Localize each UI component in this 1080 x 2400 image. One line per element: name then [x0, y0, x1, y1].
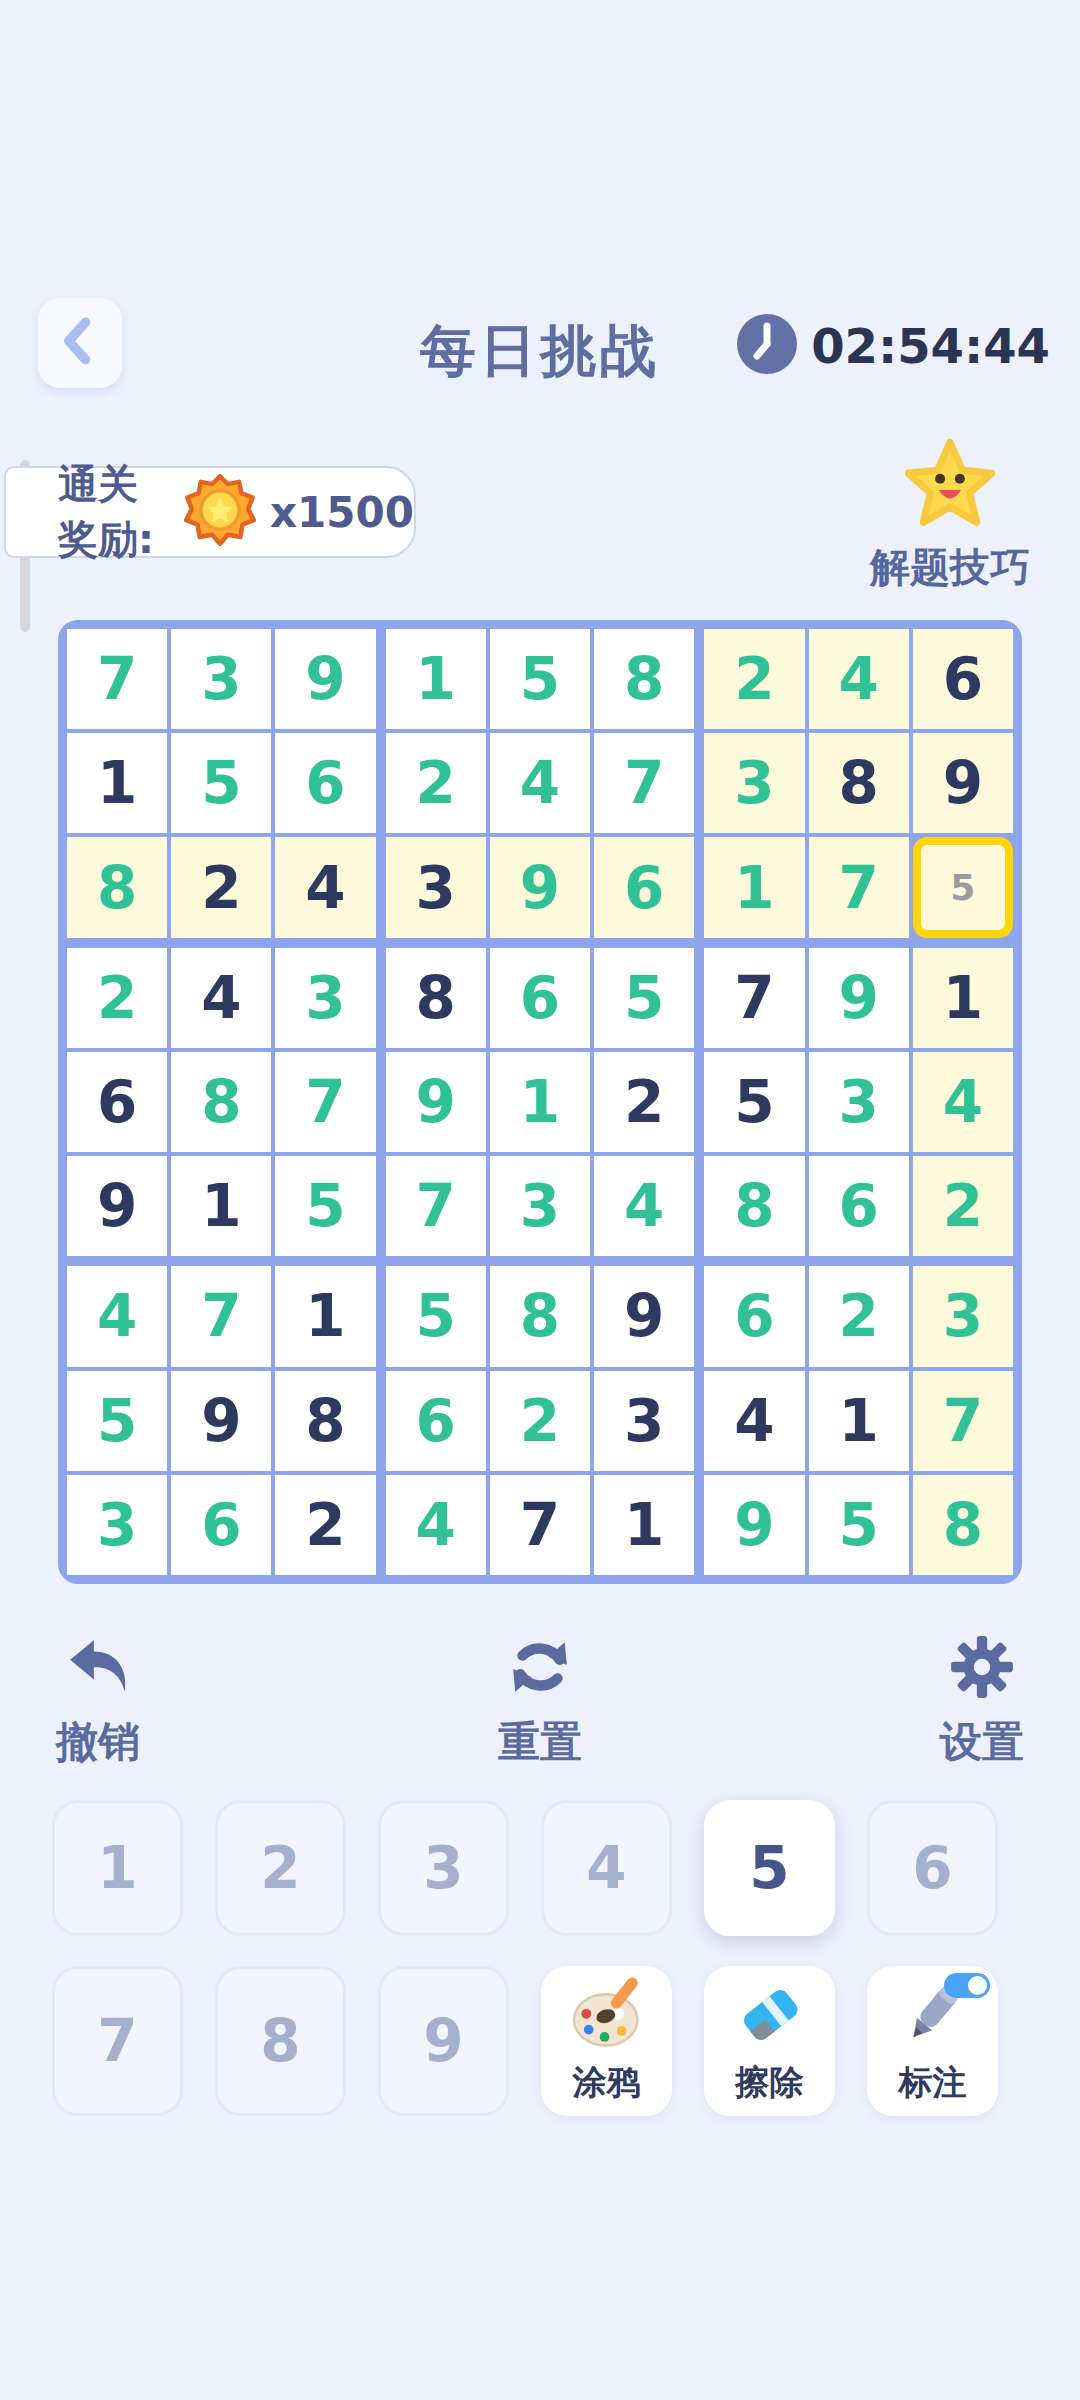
cell-r3c4[interactable]: 3	[386, 837, 486, 937]
reset-button[interactable]: 重置	[470, 1634, 610, 1770]
timer: 02:54:44	[735, 312, 1050, 380]
medal-icon	[184, 474, 256, 550]
clock-icon	[735, 312, 799, 380]
cell-r2c3[interactable]: 6	[275, 733, 375, 833]
cell-r5c2[interactable]: 8	[171, 1052, 271, 1152]
cell-r9c4[interactable]: 4	[386, 1475, 486, 1575]
cell-r5c8[interactable]: 3	[809, 1052, 909, 1152]
cell-r6c8[interactable]: 6	[809, 1156, 909, 1256]
cell-note: 5	[950, 867, 975, 908]
cell-r6c1[interactable]: 9	[67, 1156, 167, 1256]
numpad-row-1: 1 2 3 4 5 6	[52, 1800, 1030, 1936]
numpad-key-2[interactable]: 2	[215, 1800, 346, 1936]
cell-r4c5[interactable]: 6	[490, 948, 590, 1048]
cell-r3c7[interactable]: 1	[704, 837, 804, 937]
cell-r7c6[interactable]: 9	[594, 1266, 694, 1366]
cell-r4c8[interactable]: 9	[809, 948, 909, 1048]
cell-r9c9[interactable]: 8	[913, 1475, 1013, 1575]
erase-label: 擦除	[736, 2060, 804, 2106]
numpad-key-3[interactable]: 3	[378, 1800, 509, 1936]
numpad-row-2: 7 8 9 涂鸦	[52, 1966, 1030, 2116]
board-box-1: 739156824	[67, 629, 376, 938]
cell-r6c4[interactable]: 7	[386, 1156, 486, 1256]
cell-r6c5[interactable]: 3	[490, 1156, 590, 1256]
annotate-toggle[interactable]	[944, 1973, 990, 1998]
reward-label: 通关奖励:	[58, 457, 170, 567]
cell-r1c8[interactable]: 4	[809, 629, 909, 729]
cell-r4c9[interactable]: 1	[913, 948, 1013, 1048]
eraser-icon	[732, 1976, 808, 2056]
cell-r8c8[interactable]: 1	[809, 1371, 909, 1471]
numpad-key-7[interactable]: 7	[52, 1966, 183, 2116]
sudoku-app: { "game": "sudoku", "position": "7391582…	[0, 0, 1080, 2400]
cell-r2c7[interactable]: 3	[704, 733, 804, 833]
cell-r5c7[interactable]: 5	[704, 1052, 804, 1152]
undo-label: 撤销	[56, 1714, 140, 1770]
settings-label: 设置	[940, 1714, 1024, 1770]
cell-r2c1[interactable]: 1	[67, 733, 167, 833]
board-box-6: 791534862	[704, 948, 1013, 1257]
undo-button[interactable]: 撤销	[28, 1634, 168, 1770]
board-box-5: 865912734	[386, 948, 695, 1257]
cell-r7c8[interactable]: 2	[809, 1266, 909, 1366]
cell-r4c4[interactable]: 8	[386, 948, 486, 1048]
cell-r4c6[interactable]: 5	[594, 948, 694, 1048]
tips-button[interactable]: 解题技巧	[855, 438, 1045, 595]
cell-r2c5[interactable]: 4	[490, 733, 590, 833]
palette-icon	[568, 1976, 646, 2058]
cell-r8c2[interactable]: 9	[171, 1371, 271, 1471]
cell-r2c9[interactable]: 9	[913, 733, 1013, 833]
cell-r2c2[interactable]: 5	[171, 733, 271, 833]
cell-r7c5[interactable]: 8	[490, 1266, 590, 1366]
numpad-key-8[interactable]: 8	[215, 1966, 346, 2116]
cell-r4c2[interactable]: 4	[171, 948, 271, 1048]
cell-r2c4[interactable]: 2	[386, 733, 486, 833]
cell-r8c5[interactable]: 2	[490, 1371, 590, 1471]
annotate-button[interactable]: 标注	[867, 1966, 998, 2116]
cell-r3c6[interactable]: 6	[594, 837, 694, 937]
cell-r3c8[interactable]: 7	[809, 837, 909, 937]
cell-r6c9[interactable]: 2	[913, 1156, 1013, 1256]
gear-icon	[949, 1634, 1015, 1704]
cell-r1c6[interactable]: 8	[594, 629, 694, 729]
cell-r3c5[interactable]: 9	[490, 837, 590, 937]
undo-arrow-icon	[65, 1634, 131, 1704]
cell-r4c3[interactable]: 3	[275, 948, 375, 1048]
cell-r2c8[interactable]: 8	[809, 733, 909, 833]
cell-r7c4[interactable]: 5	[386, 1266, 486, 1366]
star-face-icon	[905, 438, 995, 532]
board-box-7: 471598362	[67, 1266, 376, 1575]
cell-r9c7[interactable]: 9	[704, 1475, 804, 1575]
cell-r9c2[interactable]: 6	[171, 1475, 271, 1575]
cell-r8c1[interactable]: 5	[67, 1371, 167, 1471]
reward-banner: 通关奖励: x1500	[4, 466, 416, 558]
cell-r1c5[interactable]: 5	[490, 629, 590, 729]
board-box-4: 243687915	[67, 948, 376, 1257]
cell-r4c7[interactable]: 7	[704, 948, 804, 1048]
reset-cycle-icon	[507, 1634, 573, 1704]
cell-r1c7[interactable]: 2	[704, 629, 804, 729]
numpad-key-1[interactable]: 1	[52, 1800, 183, 1936]
reset-label: 重置	[498, 1714, 582, 1770]
doodle-button[interactable]: 涂鸦	[541, 1966, 672, 2116]
cell-r9c8[interactable]: 5	[809, 1475, 909, 1575]
cell-r8c6[interactable]: 3	[594, 1371, 694, 1471]
reward-count: x1500	[270, 488, 414, 537]
cell-r7c1[interactable]: 4	[67, 1266, 167, 1366]
cell-r3c2[interactable]: 2	[171, 837, 271, 937]
cell-r7c3[interactable]: 1	[275, 1266, 375, 1366]
sudoku-board: 7391568241582473962463891752436879158659…	[58, 620, 1022, 1584]
cell-r5c6[interactable]: 2	[594, 1052, 694, 1152]
cell-r5c1[interactable]: 6	[67, 1052, 167, 1152]
cell-r1c3[interactable]: 9	[275, 629, 375, 729]
erase-button[interactable]: 擦除	[704, 1966, 835, 2116]
cell-r5c5[interactable]: 1	[490, 1052, 590, 1152]
cell-r7c9[interactable]: 3	[913, 1266, 1013, 1366]
annotate-label: 标注	[899, 2060, 967, 2106]
cell-r7c2[interactable]: 7	[171, 1266, 271, 1366]
timer-text: 02:54:44	[811, 318, 1050, 374]
cell-r3c1[interactable]: 8	[67, 837, 167, 937]
tips-label: 解题技巧	[870, 540, 1030, 595]
board-box-9: 623417958	[704, 1266, 1013, 1575]
cell-r6c7[interactable]: 8	[704, 1156, 804, 1256]
cell-r9c6[interactable]: 1	[594, 1475, 694, 1575]
doodle-label: 涂鸦	[573, 2060, 641, 2106]
cell-r5c9[interactable]: 4	[913, 1052, 1013, 1152]
numpad-key-4[interactable]: 4	[541, 1800, 672, 1936]
cell-r6c2[interactable]: 1	[171, 1156, 271, 1256]
cell-r1c4[interactable]: 1	[386, 629, 486, 729]
cell-r3c3[interactable]: 4	[275, 837, 375, 937]
cell-r1c1[interactable]: 7	[67, 629, 167, 729]
cell-r9c5[interactable]: 7	[490, 1475, 590, 1575]
cell-r8c3[interactable]: 8	[275, 1371, 375, 1471]
cell-r1c9[interactable]: 6	[913, 629, 1013, 729]
settings-button[interactable]: 设置	[912, 1634, 1052, 1770]
cell-r6c6[interactable]: 4	[594, 1156, 694, 1256]
numpad-key-9[interactable]: 9	[378, 1966, 509, 2116]
cell-r9c3[interactable]: 2	[275, 1475, 375, 1575]
cell-r5c4[interactable]: 9	[386, 1052, 486, 1152]
cell-r3c9[interactable]: 5	[913, 837, 1013, 937]
cell-r8c9[interactable]: 7	[913, 1371, 1013, 1471]
cell-r4c1[interactable]: 2	[67, 948, 167, 1048]
numpad-key-6[interactable]: 6	[867, 1800, 998, 1936]
board-box-8: 589623471	[386, 1266, 695, 1575]
cell-r8c4[interactable]: 6	[386, 1371, 486, 1471]
cell-r1c2[interactable]: 3	[171, 629, 271, 729]
cell-r2c6[interactable]: 7	[594, 733, 694, 833]
cell-r9c1[interactable]: 3	[67, 1475, 167, 1575]
cell-r7c7[interactable]: 6	[704, 1266, 804, 1366]
cell-r6c3[interactable]: 5	[275, 1156, 375, 1256]
cell-r8c7[interactable]: 4	[704, 1371, 804, 1471]
board-box-3: 246389175	[704, 629, 1013, 938]
board-box-2: 158247396	[386, 629, 695, 938]
cell-r5c3[interactable]: 7	[275, 1052, 375, 1152]
numpad-key-5[interactable]: 5	[704, 1800, 835, 1936]
